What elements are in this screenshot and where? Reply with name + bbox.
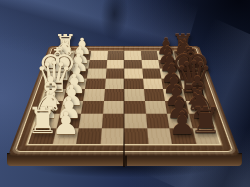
square-f4[interactable] bbox=[105, 69, 124, 79]
square-c4[interactable] bbox=[103, 101, 124, 114]
square-h5[interactable] bbox=[124, 51, 141, 59]
square-e4[interactable] bbox=[105, 78, 125, 89]
square-e5[interactable] bbox=[124, 78, 144, 89]
square-g5[interactable] bbox=[124, 60, 142, 69]
square-b4[interactable] bbox=[101, 114, 124, 128]
curtain-fold bbox=[94, 0, 134, 51]
square-g4[interactable] bbox=[106, 60, 124, 69]
square-f5[interactable] bbox=[124, 69, 143, 79]
black-pawn[interactable]: ♟ bbox=[160, 108, 203, 139]
square-d4[interactable] bbox=[104, 89, 124, 101]
square-c5[interactable] bbox=[124, 101, 145, 114]
chess-set-photo: ♜♞♝♛♚♝♞♜♟♟♟♟♟♟♟♟♟♟♟♟♟♟♟♟♜♞♝♛♚♝♞♜ bbox=[0, 0, 250, 187]
square-a5[interactable] bbox=[124, 128, 148, 144]
white-rook[interactable]: ♜ bbox=[17, 103, 67, 139]
square-h4[interactable] bbox=[107, 51, 124, 59]
hinge-seam bbox=[123, 46, 125, 167]
square-a4[interactable] bbox=[100, 128, 124, 144]
square-d5[interactable] bbox=[124, 89, 144, 101]
square-b5[interactable] bbox=[124, 114, 147, 128]
